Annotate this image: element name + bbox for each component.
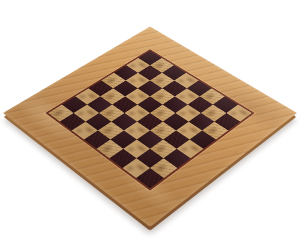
- chessboard-product-photo: [0, 0, 300, 249]
- chessboard: [2, 26, 296, 227]
- playing-field: [45, 49, 254, 190]
